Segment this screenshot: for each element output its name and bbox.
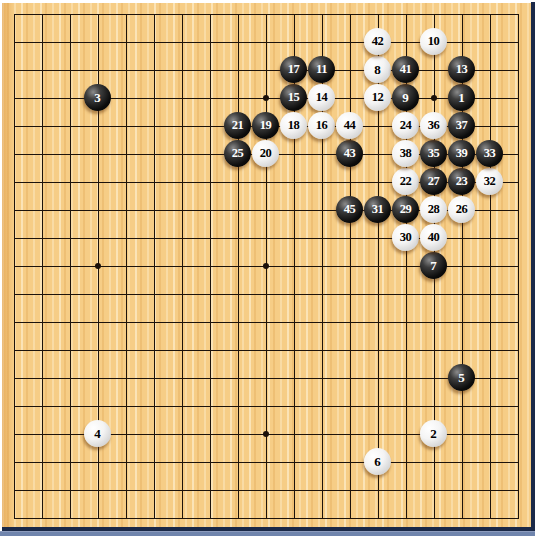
board-point-N12: 45 — [336, 196, 364, 224]
stone-white-6: 6 — [364, 448, 391, 475]
stone-black-35: 35 — [420, 140, 447, 167]
board-point-M16: 14 — [308, 84, 336, 112]
star-point — [420, 84, 448, 112]
board-point-R12: 26 — [448, 196, 476, 224]
stone-black-27: 27 — [420, 168, 447, 195]
board-point-D16: 3 — [84, 84, 112, 112]
board-point-P11: 30 — [392, 224, 420, 252]
board-point-O16: 12 — [364, 84, 392, 112]
stone-black-33: 33 — [476, 140, 503, 167]
stone-white-26: 26 — [448, 196, 475, 223]
stone-black-11: 11 — [308, 56, 335, 83]
star-point-dot — [263, 95, 269, 101]
star-point-dot — [263, 263, 269, 269]
board-point-O12: 31 — [364, 196, 392, 224]
star-point — [252, 252, 280, 280]
board-point-R13: 23 — [448, 168, 476, 196]
board-point-P13: 22 — [392, 168, 420, 196]
stone-white-24: 24 — [392, 112, 419, 139]
board-point-R14: 39 — [448, 140, 476, 168]
board-point-R6: 5 — [448, 364, 476, 392]
stone-white-14: 14 — [308, 84, 335, 111]
board-point-Q14: 35 — [420, 140, 448, 168]
board-point-P15: 24 — [392, 112, 420, 140]
board-point-D4: 4 — [84, 420, 112, 448]
board-point-P17: 41 — [392, 56, 420, 84]
star-point-dot — [431, 95, 437, 101]
go-board[interactable]: 1234567891011121314151617181920212223242… — [2, 3, 531, 527]
stone-black-5: 5 — [448, 364, 475, 391]
board-point-M15: 16 — [308, 112, 336, 140]
board-point-N15: 44 — [336, 112, 364, 140]
stone-layer: 1234567891011121314151617181920212223242… — [0, 0, 532, 532]
board-point-Q10: 7 — [420, 252, 448, 280]
board-point-S14: 33 — [476, 140, 504, 168]
stone-white-4: 4 — [84, 420, 111, 447]
star-point-dot — [263, 431, 269, 437]
board-point-P16: 9 — [392, 84, 420, 112]
stone-white-32: 32 — [476, 168, 503, 195]
stone-white-36: 36 — [420, 112, 447, 139]
board-point-Q11: 40 — [420, 224, 448, 252]
star-point — [84, 252, 112, 280]
star-point-dot — [95, 263, 101, 269]
stone-black-45: 45 — [336, 196, 363, 223]
stone-white-10: 10 — [420, 28, 447, 55]
stone-white-30: 30 — [392, 224, 419, 251]
stone-black-21: 21 — [224, 112, 251, 139]
stone-black-13: 13 — [448, 56, 475, 83]
stone-black-15: 15 — [280, 84, 307, 111]
stone-black-3: 3 — [84, 84, 111, 111]
star-point — [252, 420, 280, 448]
star-point — [252, 84, 280, 112]
stone-black-41: 41 — [392, 56, 419, 83]
stone-white-12: 12 — [364, 84, 391, 111]
board-point-Q18: 10 — [420, 28, 448, 56]
stone-black-1: 1 — [448, 84, 475, 111]
board-point-O3: 6 — [364, 448, 392, 476]
stone-white-8: 8 — [364, 56, 391, 83]
stone-white-20: 20 — [252, 140, 279, 167]
board-point-N14: 43 — [336, 140, 364, 168]
stone-black-31: 31 — [364, 196, 391, 223]
board-point-Q12: 28 — [420, 196, 448, 224]
board-point-Q4: 2 — [420, 420, 448, 448]
stone-white-40: 40 — [420, 224, 447, 251]
stone-black-19: 19 — [252, 112, 279, 139]
board-point-R17: 13 — [448, 56, 476, 84]
board-point-R15: 37 — [448, 112, 476, 140]
stone-white-22: 22 — [392, 168, 419, 195]
stone-black-7: 7 — [420, 252, 447, 279]
board-point-K15: 19 — [252, 112, 280, 140]
stone-black-25: 25 — [224, 140, 251, 167]
board-point-L17: 17 — [280, 56, 308, 84]
stone-black-37: 37 — [448, 112, 475, 139]
board-point-O18: 42 — [364, 28, 392, 56]
stone-black-17: 17 — [280, 56, 307, 83]
stone-black-39: 39 — [448, 140, 475, 167]
board-point-J14: 25 — [224, 140, 252, 168]
stone-white-2: 2 — [420, 420, 447, 447]
board-point-P14: 38 — [392, 140, 420, 168]
stone-black-29: 29 — [392, 196, 419, 223]
screen: 1234567891011121314151617181920212223242… — [0, 0, 535, 536]
board-point-R16: 1 — [448, 84, 476, 112]
board-point-K14: 20 — [252, 140, 280, 168]
stone-white-38: 38 — [392, 140, 419, 167]
stone-white-18: 18 — [280, 112, 307, 139]
stone-white-44: 44 — [336, 112, 363, 139]
stone-black-23: 23 — [448, 168, 475, 195]
board-point-P12: 29 — [392, 196, 420, 224]
board-point-M17: 11 — [308, 56, 336, 84]
stone-white-16: 16 — [308, 112, 335, 139]
window-frame-strip — [0, 531, 535, 536]
window-border-right — [531, 2, 535, 531]
board-point-Q13: 27 — [420, 168, 448, 196]
stone-white-42: 42 — [364, 28, 391, 55]
board-point-S13: 32 — [476, 168, 504, 196]
stone-white-28: 28 — [420, 196, 447, 223]
board-point-L16: 15 — [280, 84, 308, 112]
board-point-L15: 18 — [280, 112, 308, 140]
board-point-J15: 21 — [224, 112, 252, 140]
board-point-Q15: 36 — [420, 112, 448, 140]
stone-black-43: 43 — [336, 140, 363, 167]
board-point-O17: 8 — [364, 56, 392, 84]
stone-black-9: 9 — [392, 84, 419, 111]
